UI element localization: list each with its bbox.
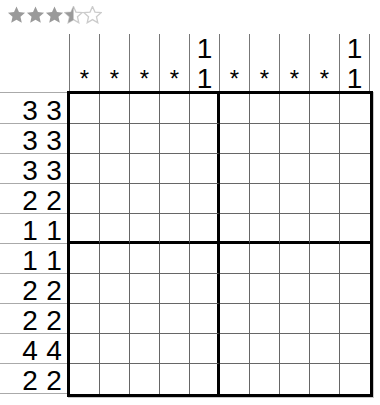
cell-r6c8[interactable] [280,244,310,274]
cell-r10c5[interactable] [190,364,220,394]
cell-r1c3[interactable] [130,94,160,124]
cell-r9c8[interactable] [280,334,310,364]
column-clue-wildcard: * [280,64,309,94]
row-clue-number: 3 [42,156,66,186]
row-clue-number: 3 [42,126,66,156]
cell-r3c4[interactable] [160,154,190,184]
row-clue-number: 1 [18,216,42,246]
cell-r2c3[interactable] [130,124,160,154]
cell-r8c1[interactable] [70,304,100,334]
star-full-icon [26,6,45,24]
column-clue-wildcard: * [70,64,99,94]
row-clue-9: 44 [0,334,67,364]
cell-r5c1[interactable] [70,214,100,244]
cell-r7c7[interactable] [250,274,280,304]
cell-r6c5[interactable] [190,244,220,274]
cell-r9c9[interactable] [310,334,340,364]
row-clue-number: 3 [18,96,42,126]
row-clue-number: 4 [18,336,42,366]
cell-r9c5[interactable] [190,334,220,364]
row-clue-number: 2 [42,366,66,396]
cell-r8c10[interactable] [340,304,370,334]
cell-r10c10[interactable] [340,364,370,394]
cell-r3c5[interactable] [190,154,220,184]
row-clue-number: 4 [42,336,66,366]
cell-r7c6[interactable] [220,274,250,304]
column-clue-10: 11 [340,34,370,94]
cell-r1c8[interactable] [280,94,310,124]
column-clue-number: 1 [190,64,219,94]
cell-r1c9[interactable] [310,94,340,124]
row-clue-number: 3 [42,96,66,126]
column-clue-wildcard: * [160,64,189,94]
row-clue-2: 33 [0,124,67,154]
column-clue-2: * [100,34,130,94]
column-clue-9: * [310,34,340,94]
cell-r4c7[interactable] [250,184,280,214]
cell-r6c10[interactable] [340,244,370,274]
row-clue-5: 11 [0,214,67,244]
cell-r10c6[interactable] [220,364,250,394]
row-clue-number: 2 [18,306,42,336]
cell-r6c4[interactable] [160,244,190,274]
cell-r4c10[interactable] [340,184,370,214]
cell-r1c4[interactable] [160,94,190,124]
cell-r7c8[interactable] [280,274,310,304]
row-clue-1: 33 [0,94,67,124]
cell-r4c5[interactable] [190,184,220,214]
star-full-icon [45,6,64,24]
cell-r10c7[interactable] [250,364,280,394]
cell-r5c5[interactable] [190,214,220,244]
column-clue-number: 1 [190,34,219,64]
row-clue-number: 1 [42,246,66,276]
cell-r10c1[interactable] [70,364,100,394]
row-clue-number: 2 [42,276,66,306]
cell-r8c7[interactable] [250,304,280,334]
row-clue-number: 2 [18,276,42,306]
cell-r3c9[interactable] [310,154,340,184]
cell-r6c6[interactable] [220,244,250,274]
cell-r5c4[interactable] [160,214,190,244]
cell-r2c5[interactable] [190,124,220,154]
cell-r9c4[interactable] [160,334,190,364]
cell-r3c8[interactable] [280,154,310,184]
cell-r8c8[interactable] [280,304,310,334]
cell-r9c6[interactable] [220,334,250,364]
cell-r3c6[interactable] [220,154,250,184]
difficulty-rating [7,6,102,24]
cell-r8c5[interactable] [190,304,220,334]
cell-r2c2[interactable] [100,124,130,154]
cell-r10c4[interactable] [160,364,190,394]
cell-r7c1[interactable] [70,274,100,304]
cell-r9c3[interactable] [130,334,160,364]
cell-r2c9[interactable] [310,124,340,154]
cell-r7c4[interactable] [160,274,190,304]
cell-r8c2[interactable] [100,304,130,334]
cell-r2c7[interactable] [250,124,280,154]
cell-r7c3[interactable] [130,274,160,304]
row-clue-number: 1 [42,216,66,246]
cell-r7c2[interactable] [100,274,130,304]
puzzle-grid [67,91,373,397]
column-clue-number [130,34,159,64]
column-clue-number [220,34,249,64]
row-clue-number: 3 [18,126,42,156]
row-clue-6: 11 [0,244,67,274]
row-clue-number: 2 [42,306,66,336]
cell-r1c6[interactable] [220,94,250,124]
cell-r1c10[interactable] [340,94,370,124]
cell-r2c10[interactable] [340,124,370,154]
cell-r3c3[interactable] [130,154,160,184]
cell-r5c2[interactable] [100,214,130,244]
column-clue-number [100,34,129,64]
star-half-icon [64,6,83,24]
row-clue-number: 1 [18,246,42,276]
cell-r7c9[interactable] [310,274,340,304]
cell-r3c2[interactable] [100,154,130,184]
column-clue-wildcard: * [250,64,279,94]
cell-r10c3[interactable] [130,364,160,394]
column-clue-number: 1 [340,64,369,94]
cell-r10c2[interactable] [100,364,130,394]
cell-r2c4[interactable] [160,124,190,154]
row-clue-number: 3 [18,156,42,186]
row-clue-number: 2 [42,186,66,216]
cell-r7c5[interactable] [190,274,220,304]
cell-r6c1[interactable] [70,244,100,274]
cell-r7c10[interactable] [340,274,370,304]
column-clue-7: * [250,34,280,94]
cell-r4c1[interactable] [70,184,100,214]
column-clue-number [70,34,99,64]
column-clue-number [280,34,309,64]
cell-r2c1[interactable] [70,124,100,154]
cell-r10c9[interactable] [310,364,340,394]
row-clues: 33333322111122224422 [0,94,67,394]
row-clue-10: 22 [0,364,67,394]
cell-r1c7[interactable] [250,94,280,124]
cell-r3c1[interactable] [70,154,100,184]
row-clue-4: 22 [0,184,67,214]
cell-r8c4[interactable] [160,304,190,334]
cell-r5c6[interactable] [220,214,250,244]
cell-r4c9[interactable] [310,184,340,214]
cell-r5c9[interactable] [310,214,340,244]
row-clue-number: 2 [18,186,42,216]
cell-r10c8[interactable] [280,364,310,394]
cell-r5c7[interactable] [250,214,280,244]
cell-r6c3[interactable] [130,244,160,274]
column-clue-wildcard: * [310,64,339,94]
cell-r8c3[interactable] [130,304,160,334]
cell-r6c2[interactable] [100,244,130,274]
row-clue-7: 22 [0,274,67,304]
row-clue-3: 33 [0,154,67,184]
column-clue-wildcard: * [130,64,159,94]
column-clue-8: * [280,34,310,94]
column-clue-number [310,34,339,64]
cell-r4c2[interactable] [100,184,130,214]
column-clue-1: * [70,34,100,94]
cell-r2c8[interactable] [280,124,310,154]
cell-r9c7[interactable] [250,334,280,364]
cell-r3c10[interactable] [340,154,370,184]
column-clue-number [160,34,189,64]
column-clue-wildcard: * [220,64,249,94]
cell-r9c1[interactable] [70,334,100,364]
column-clue-4: * [160,34,190,94]
cell-r8c9[interactable] [310,304,340,334]
column-clue-3: * [130,34,160,94]
cell-r5c3[interactable] [130,214,160,244]
cell-r3c7[interactable] [250,154,280,184]
cell-r4c3[interactable] [130,184,160,214]
cell-r8c6[interactable] [220,304,250,334]
star-empty-icon [83,6,102,24]
column-clue-6: * [220,34,250,94]
cell-r2c6[interactable] [220,124,250,154]
star-full-icon [7,6,26,24]
cell-r4c8[interactable] [280,184,310,214]
cell-r1c5[interactable] [190,94,220,124]
cell-r9c10[interactable] [340,334,370,364]
cell-r4c6[interactable] [220,184,250,214]
cell-r9c2[interactable] [100,334,130,364]
column-clues: ****11****11 [69,34,370,94]
column-clue-5: 11 [190,34,220,94]
cell-r1c2[interactable] [100,94,130,124]
cell-r6c7[interactable] [250,244,280,274]
row-clue-number: 2 [18,366,42,396]
cell-r4c4[interactable] [160,184,190,214]
row-clue-8: 22 [0,304,67,334]
row-clues-top-divider [0,92,67,93]
cell-r6c9[interactable] [310,244,340,274]
cell-r5c8[interactable] [280,214,310,244]
nonogram-puzzle-page: ****11****11 33333322111122224422 [0,0,380,405]
column-clue-number: 1 [340,34,369,64]
cell-r5c10[interactable] [340,214,370,244]
column-clue-wildcard: * [100,64,129,94]
cell-r1c1[interactable] [70,94,100,124]
column-clue-number [250,34,279,64]
